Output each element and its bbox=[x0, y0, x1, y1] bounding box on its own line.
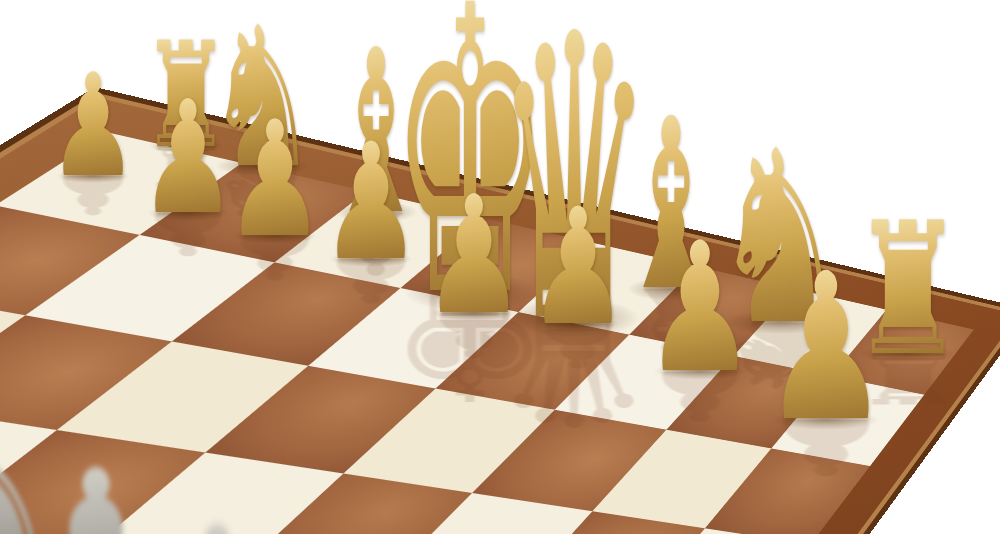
chess-set-photo: { "game": "chess", "scene": "Overhead-an… bbox=[0, 0, 1000, 534]
chess-board bbox=[0, 87, 1000, 534]
